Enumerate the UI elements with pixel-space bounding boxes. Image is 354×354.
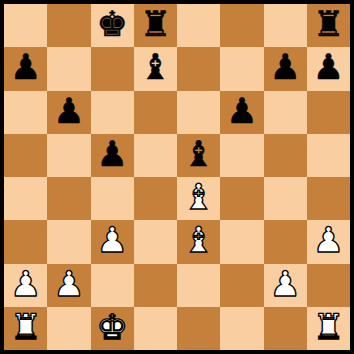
square-b3[interactable] (47, 220, 90, 263)
square-a3[interactable] (4, 220, 47, 263)
board-frame: ♚♜♜♟♝♟♟♟♟♟♝♝♟♝♟♟♟♟♜♚♜ (0, 0, 354, 354)
square-h3[interactable]: ♟ (307, 220, 350, 263)
piece-white-pawn[interactable]: ♟ (313, 223, 344, 258)
square-e3[interactable]: ♝ (177, 220, 220, 263)
square-h8[interactable]: ♜ (307, 4, 350, 47)
square-f4[interactable] (220, 177, 263, 220)
square-f3[interactable] (220, 220, 263, 263)
square-d7[interactable]: ♝ (134, 47, 177, 90)
piece-black-pawn[interactable]: ♟ (53, 94, 84, 129)
square-b5[interactable] (47, 134, 90, 177)
piece-white-pawn[interactable]: ♟ (269, 267, 300, 302)
square-b6[interactable]: ♟ (47, 91, 90, 134)
square-g1[interactable] (264, 307, 307, 350)
square-h6[interactable] (307, 91, 350, 134)
square-c8[interactable]: ♚ (91, 4, 134, 47)
square-g4[interactable] (264, 177, 307, 220)
piece-black-pawn[interactable]: ♟ (96, 137, 127, 172)
square-a1[interactable]: ♜ (4, 307, 47, 350)
square-e2[interactable] (177, 264, 220, 307)
square-a2[interactable]: ♟ (4, 264, 47, 307)
square-f7[interactable] (220, 47, 263, 90)
piece-black-rook[interactable]: ♜ (313, 7, 344, 42)
square-b4[interactable] (47, 177, 90, 220)
square-g8[interactable] (264, 4, 307, 47)
piece-black-pawn[interactable]: ♟ (269, 50, 300, 85)
square-e7[interactable] (177, 47, 220, 90)
piece-black-rook[interactable]: ♜ (140, 7, 171, 42)
square-a8[interactable] (4, 4, 47, 47)
square-b8[interactable] (47, 4, 90, 47)
square-h1[interactable]: ♜ (307, 307, 350, 350)
square-e4[interactable]: ♝ (177, 177, 220, 220)
piece-black-pawn[interactable]: ♟ (226, 94, 257, 129)
piece-white-pawn[interactable]: ♟ (10, 267, 41, 302)
square-g6[interactable] (264, 91, 307, 134)
square-c5[interactable]: ♟ (91, 134, 134, 177)
square-h5[interactable] (307, 134, 350, 177)
square-d3[interactable] (134, 220, 177, 263)
square-a6[interactable] (4, 91, 47, 134)
piece-black-bishop[interactable]: ♝ (183, 137, 214, 172)
piece-black-pawn[interactable]: ♟ (10, 50, 41, 85)
square-f8[interactable] (220, 4, 263, 47)
square-h4[interactable] (307, 177, 350, 220)
square-f2[interactable] (220, 264, 263, 307)
square-f6[interactable]: ♟ (220, 91, 263, 134)
square-g3[interactable] (264, 220, 307, 263)
square-c4[interactable] (91, 177, 134, 220)
chess-board: ♚♜♜♟♝♟♟♟♟♟♝♝♟♝♟♟♟♟♜♚♜ (4, 4, 350, 350)
piece-white-pawn[interactable]: ♟ (53, 267, 84, 302)
square-b7[interactable] (47, 47, 90, 90)
square-g2[interactable]: ♟ (264, 264, 307, 307)
square-e5[interactable]: ♝ (177, 134, 220, 177)
square-f1[interactable] (220, 307, 263, 350)
piece-white-rook[interactable]: ♜ (10, 310, 41, 345)
piece-white-bishop[interactable]: ♝ (183, 223, 214, 258)
square-c7[interactable] (91, 47, 134, 90)
square-c6[interactable] (91, 91, 134, 134)
square-c2[interactable] (91, 264, 134, 307)
square-a5[interactable] (4, 134, 47, 177)
square-d8[interactable]: ♜ (134, 4, 177, 47)
piece-white-king[interactable]: ♚ (96, 310, 127, 345)
square-d6[interactable] (134, 91, 177, 134)
square-g7[interactable]: ♟ (264, 47, 307, 90)
square-d2[interactable] (134, 264, 177, 307)
piece-white-bishop[interactable]: ♝ (183, 180, 214, 215)
piece-white-pawn[interactable]: ♟ (96, 223, 127, 258)
square-b1[interactable] (47, 307, 90, 350)
square-a7[interactable]: ♟ (4, 47, 47, 90)
piece-black-bishop[interactable]: ♝ (140, 50, 171, 85)
piece-black-king[interactable]: ♚ (96, 7, 127, 42)
square-d5[interactable] (134, 134, 177, 177)
square-d4[interactable] (134, 177, 177, 220)
square-e1[interactable] (177, 307, 220, 350)
square-e6[interactable] (177, 91, 220, 134)
square-c1[interactable]: ♚ (91, 307, 134, 350)
piece-white-rook[interactable]: ♜ (313, 310, 344, 345)
square-g5[interactable] (264, 134, 307, 177)
piece-black-pawn[interactable]: ♟ (313, 50, 344, 85)
square-a4[interactable] (4, 177, 47, 220)
square-f5[interactable] (220, 134, 263, 177)
square-e8[interactable] (177, 4, 220, 47)
square-d1[interactable] (134, 307, 177, 350)
square-h2[interactable] (307, 264, 350, 307)
square-b2[interactable]: ♟ (47, 264, 90, 307)
square-h7[interactable]: ♟ (307, 47, 350, 90)
square-c3[interactable]: ♟ (91, 220, 134, 263)
